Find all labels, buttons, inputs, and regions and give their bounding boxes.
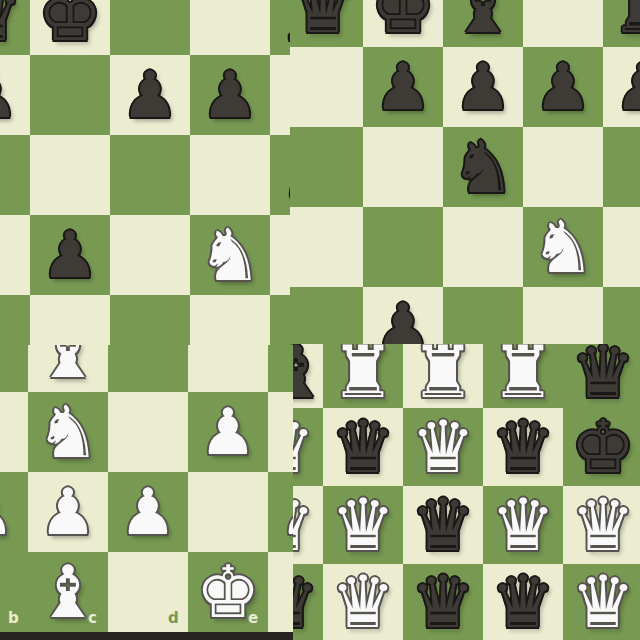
- chess-piece-black-pawn-partial[interactable]: ♟: [0, 63, 19, 127]
- chess-piece-black-queen-partial[interactable]: ♛: [0, 0, 22, 51]
- chess-piece-black-bishop-partial[interactable]: ♝: [293, 344, 328, 408]
- chess-piece-black-pawn[interactable]: ♟: [201, 63, 258, 127]
- chess-piece-black-king-partial[interactable]: ♚: [38, 0, 103, 51]
- chess-piece-white-queen-partial[interactable]: ♛: [293, 411, 315, 483]
- board-square[interactable]: [290, 47, 363, 127]
- chess-piece-white-queen[interactable]: ♛: [331, 566, 396, 638]
- chess-piece-black-pawn[interactable]: ♟: [121, 63, 178, 127]
- board-square[interactable]: [188, 345, 268, 392]
- board-crop-bottom-left: bcde♝♞♟♟♟♟♟♝♚: [0, 345, 293, 640]
- board-square[interactable]: [268, 392, 293, 472]
- board-crop-bottom-right: ♝♜♜♜♛♛♛♛♛♚♛♛♛♛♛♛♛♛♛♛: [293, 344, 640, 640]
- chess-piece-white-bishop[interactable]: ♝: [36, 556, 101, 628]
- board-crop-top-left: ♛♚♜♟♟♟♟♟♞: [0, 0, 290, 345]
- chess-piece-white-pawn-partial[interactable]: ♟: [279, 480, 293, 544]
- board-square[interactable]: [443, 287, 523, 344]
- board-square[interactable]: [523, 0, 603, 47]
- board-square[interactable]: [290, 207, 363, 287]
- chess-piece-black-queen[interactable]: ♛: [491, 566, 556, 638]
- chess-piece-black-queen-partial[interactable]: ♛: [293, 566, 319, 638]
- board-square[interactable]: [268, 345, 293, 392]
- chess-piece-white-pawn[interactable]: ♟: [199, 400, 256, 464]
- board-square[interactable]: [190, 0, 270, 55]
- chess-piece-black-bishop-partial[interactable]: ♝: [451, 0, 516, 43]
- chess-piece-black-pawn[interactable]: ♟: [534, 55, 591, 119]
- chess-piece-black-king[interactable]: ♚: [571, 411, 636, 483]
- board-square[interactable]: [443, 207, 523, 287]
- board-square[interactable]: [0, 392, 28, 472]
- board-square[interactable]: [270, 55, 290, 135]
- chess-piece-white-queen[interactable]: ♛: [331, 489, 396, 561]
- chess-piece-white-queen[interactable]: ♛: [571, 489, 636, 561]
- chess-piece-black-pawn[interactable]: ♟: [374, 55, 431, 119]
- board-square[interactable]: [270, 215, 290, 295]
- chess-piece-black-rook-partial[interactable]: ♜: [278, 0, 290, 51]
- chess-piece-white-rook[interactable]: ♜: [411, 344, 476, 408]
- board-square[interactable]: [108, 345, 188, 392]
- board-square[interactable]: [603, 127, 640, 207]
- board-square[interactable]: [363, 127, 443, 207]
- board-square[interactable]: [108, 392, 188, 472]
- board-square[interactable]: [0, 345, 28, 392]
- board-square[interactable]: [30, 295, 110, 345]
- chess-piece-white-pawn[interactable]: ♟: [119, 480, 176, 544]
- chess-piece-white-bishop-partial[interactable]: ♝: [36, 345, 101, 388]
- board-square[interactable]: [270, 295, 290, 345]
- board-square[interactable]: [268, 552, 293, 632]
- chess-piece-black-king-partial[interactable]: ♚: [371, 0, 436, 43]
- board-square[interactable]: [190, 135, 270, 215]
- board-square[interactable]: [290, 287, 363, 344]
- chess-piece-white-queen[interactable]: ♛: [491, 489, 556, 561]
- board-square[interactable]: [523, 287, 603, 344]
- chess-piece-white-king[interactable]: ♚: [196, 556, 261, 628]
- chess-piece-white-queen[interactable]: ♛: [411, 411, 476, 483]
- board-square[interactable]: [190, 295, 270, 345]
- chess-piece-white-rook[interactable]: ♜: [491, 344, 556, 408]
- coordinate-label: d: [168, 611, 179, 626]
- chess-piece-white-knight[interactable]: ♞: [36, 396, 101, 468]
- board-square[interactable]: [603, 207, 640, 287]
- chess-piece-black-pawn-partial[interactable]: ♟: [281, 143, 290, 207]
- board-square[interactable]: [30, 55, 110, 135]
- board-square[interactable]: [30, 135, 110, 215]
- chess-piece-black-queen-partial[interactable]: ♛: [291, 0, 356, 43]
- chess-piece-white-knight[interactable]: ♞: [531, 211, 596, 283]
- chess-piece-white-rook[interactable]: ♜: [331, 344, 396, 408]
- chess-piece-white-knight[interactable]: ♞: [198, 219, 263, 291]
- chess-piece-black-queen[interactable]: ♛: [411, 489, 476, 561]
- coordinate-label: b: [8, 611, 19, 626]
- board-square[interactable]: [603, 287, 640, 344]
- chess-piece-white-pawn-partial[interactable]: ♟: [0, 480, 15, 544]
- chess-piece-black-pawn-partial[interactable]: ♟: [374, 295, 431, 344]
- chess-piece-white-queen-partial[interactable]: ♛: [293, 489, 315, 561]
- chess-piece-black-queen[interactable]: ♛: [491, 411, 556, 483]
- board-crop-top-right: ♛♚♝♜♟♟♟♟♞♞♟: [290, 0, 640, 344]
- board-square[interactable]: [110, 135, 190, 215]
- board-square[interactable]: [0, 295, 30, 345]
- board-square[interactable]: [188, 472, 268, 552]
- chess-piece-black-pawn[interactable]: ♟: [454, 55, 511, 119]
- chess-piece-white-pawn[interactable]: ♟: [39, 480, 96, 544]
- chess-piece-black-pawn-partial[interactable]: ♟: [614, 55, 640, 119]
- chess-piece-black-queen[interactable]: ♛: [331, 411, 396, 483]
- board-square[interactable]: [110, 215, 190, 295]
- chess-board-collage: ♛♚♜♟♟♟♟♟♞♛♚♝♜♟♟♟♟♞♞♟bcde♝♞♟♟♟♟♟♝♚♝♜♜♜♛♛♛…: [0, 0, 640, 640]
- chess-piece-black-pawn[interactable]: ♟: [41, 223, 98, 287]
- board-square[interactable]: [523, 127, 603, 207]
- chess-piece-black-queen[interactable]: ♛: [411, 566, 476, 638]
- chess-piece-black-knight[interactable]: ♞: [451, 131, 516, 203]
- chess-piece-black-rook-partial[interactable]: ♜: [611, 0, 640, 43]
- board-square[interactable]: [0, 135, 30, 215]
- board-square[interactable]: [110, 0, 190, 55]
- board-square[interactable]: [363, 207, 443, 287]
- board-square[interactable]: [0, 215, 30, 295]
- board-square[interactable]: [290, 127, 363, 207]
- chess-piece-black-queen[interactable]: ♛: [571, 344, 636, 408]
- chess-piece-white-queen[interactable]: ♛: [571, 566, 636, 638]
- board-square[interactable]: [110, 295, 190, 345]
